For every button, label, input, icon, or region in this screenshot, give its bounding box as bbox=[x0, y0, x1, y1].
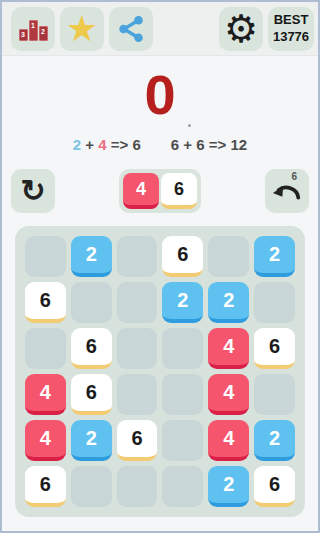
cell-r2c2-empty bbox=[71, 282, 112, 323]
undo-button[interactable]: 6 bbox=[265, 169, 309, 213]
cell-r1c6-tile-2: 2 bbox=[254, 236, 295, 277]
cell-r6c1-tile-6: 6 bbox=[25, 466, 66, 507]
merge-hints: 2 + 4 => 6 6 + 6 => 12 bbox=[2, 136, 318, 153]
cell-r3c6-tile-6: 6 bbox=[254, 328, 295, 369]
podium-bar-3: 3 bbox=[19, 29, 28, 41]
cell-r5c4-empty bbox=[162, 420, 203, 461]
share-icon bbox=[116, 14, 146, 44]
cell-r1c3-empty bbox=[117, 236, 158, 277]
merge-hint-2: 6 + 6 => 12 bbox=[171, 136, 247, 153]
cell-r3c3-empty bbox=[117, 328, 158, 369]
cell-r1c1-empty bbox=[25, 236, 66, 277]
cell-r1c4-tile-6: 6 bbox=[162, 236, 203, 277]
leaderboard-button[interactable]: 3 1 2 bbox=[11, 7, 55, 51]
merge-hint-1: 2 + 4 => 6 bbox=[73, 136, 141, 153]
board[interactable]: 26262264646442642626 bbox=[15, 226, 305, 517]
screen-artifact-dot bbox=[188, 124, 191, 127]
cell-r4c2-tile-6: 6 bbox=[71, 374, 112, 415]
restart-icon: ↻ bbox=[20, 176, 45, 206]
cell-r6c3-empty bbox=[117, 466, 158, 507]
cell-r2c4-tile-2: 2 bbox=[162, 282, 203, 323]
cell-r1c5-empty bbox=[208, 236, 249, 277]
leaderboard-podium-icon: 3 1 2 bbox=[19, 17, 48, 41]
score-area: 0 bbox=[2, 64, 318, 128]
next-tile-6: 6 bbox=[161, 173, 197, 209]
cell-r4c3-empty bbox=[117, 374, 158, 415]
hint1-red-4: 4 bbox=[98, 136, 106, 153]
cell-r5c2-tile-2: 2 bbox=[71, 420, 112, 461]
cell-r6c6-tile-6: 6 bbox=[254, 466, 295, 507]
cell-r6c4-empty bbox=[162, 466, 203, 507]
next-tiles-tray: 4 6 bbox=[119, 169, 201, 213]
cell-r1c2-tile-2: 2 bbox=[71, 236, 112, 277]
cell-r4c4-empty bbox=[162, 374, 203, 415]
cell-r3c5-tile-4: 4 bbox=[208, 328, 249, 369]
controls-row: ↻ 4 6 6 bbox=[2, 169, 318, 213]
cell-r3c4-empty bbox=[162, 328, 203, 369]
podium-bar-2: 2 bbox=[39, 26, 48, 41]
cell-r2c5-tile-2: 2 bbox=[208, 282, 249, 323]
hint1-plus: + bbox=[81, 136, 98, 153]
podium-bar-1: 1 bbox=[29, 20, 38, 41]
cell-r5c1-tile-4: 4 bbox=[25, 420, 66, 461]
cell-r2c1-tile-6: 6 bbox=[25, 282, 66, 323]
top-bar: 3 1 2 ★ ⚙ BEST 13776 bbox=[2, 2, 318, 56]
cell-r4c1-tile-4: 4 bbox=[25, 374, 66, 415]
undo-icon bbox=[272, 179, 302, 203]
best-score-badge: BEST 13776 bbox=[268, 7, 314, 51]
cell-r2c3-empty bbox=[117, 282, 158, 323]
settings-gear-icon: ⚙ bbox=[224, 10, 258, 48]
restart-button[interactable]: ↻ bbox=[11, 169, 55, 213]
next-tile-4: 4 bbox=[123, 173, 159, 209]
cell-r5c6-tile-2: 2 bbox=[254, 420, 295, 461]
cell-r4c6-empty bbox=[254, 374, 295, 415]
undo-remaining-count: 6 bbox=[291, 171, 297, 182]
hint1-blue-2: 2 bbox=[73, 136, 81, 153]
cell-r2c6-empty bbox=[254, 282, 295, 323]
cell-r3c1-empty bbox=[25, 328, 66, 369]
hint1-result: => 6 bbox=[107, 136, 141, 153]
current-score: 0 bbox=[2, 64, 318, 126]
share-button[interactable] bbox=[109, 7, 153, 51]
cell-r6c5-tile-2: 2 bbox=[208, 466, 249, 507]
star-icon: ★ bbox=[66, 11, 98, 47]
best-value: 13776 bbox=[273, 29, 309, 45]
cell-r6c2-empty bbox=[71, 466, 112, 507]
cell-r4c5-tile-4: 4 bbox=[208, 374, 249, 415]
cell-r3c2-tile-6: 6 bbox=[71, 328, 112, 369]
app-screen: 3 1 2 ★ ⚙ BEST 13776 0 bbox=[0, 0, 320, 533]
cell-r5c3-tile-6: 6 bbox=[117, 420, 158, 461]
best-label: BEST bbox=[274, 12, 309, 28]
rate-button[interactable]: ★ bbox=[60, 7, 104, 51]
settings-button[interactable]: ⚙ bbox=[219, 7, 263, 51]
cell-r5c5-tile-4: 4 bbox=[208, 420, 249, 461]
